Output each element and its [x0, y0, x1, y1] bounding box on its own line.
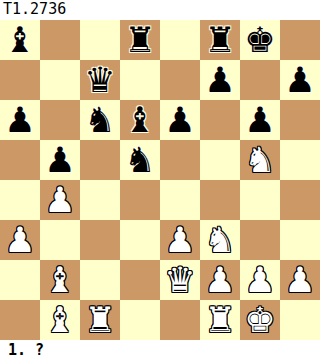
square-a3[interactable]: ♟ — [0, 220, 40, 260]
white-pawn[interactable]: ♟ — [4, 220, 35, 260]
square-c7[interactable]: ♛ — [80, 60, 120, 100]
white-pawn[interactable]: ♟ — [44, 180, 75, 220]
square-b4[interactable]: ♟ — [40, 180, 80, 220]
white-bishop[interactable]: ♝ — [44, 300, 75, 340]
square-e7[interactable] — [160, 60, 200, 100]
chess-app-window: T1.2736 ♝♜♜♚♛♟♟♟♞♝♟♟♟♞♞♟♟♟♞♝♛♟♟♟♝♜♜♚ 1. … — [0, 0, 320, 360]
white-queen[interactable]: ♛ — [164, 260, 195, 300]
square-b6[interactable] — [40, 100, 80, 140]
square-a5[interactable] — [0, 140, 40, 180]
square-g7[interactable] — [240, 60, 280, 100]
square-c5[interactable] — [80, 140, 120, 180]
black-rook[interactable]: ♜ — [124, 20, 155, 60]
black-knight[interactable]: ♞ — [124, 140, 155, 180]
square-d5[interactable]: ♞ — [120, 140, 160, 180]
square-f4[interactable] — [200, 180, 240, 220]
square-a8[interactable]: ♝ — [0, 20, 40, 60]
square-d1[interactable] — [120, 300, 160, 340]
square-c1[interactable]: ♜ — [80, 300, 120, 340]
black-rook[interactable]: ♜ — [204, 20, 235, 60]
square-a2[interactable] — [0, 260, 40, 300]
square-c6[interactable]: ♞ — [80, 100, 120, 140]
square-b7[interactable] — [40, 60, 80, 100]
square-d7[interactable] — [120, 60, 160, 100]
square-h4[interactable] — [280, 180, 320, 220]
move-prompt: 1. ? — [0, 340, 320, 360]
square-e2[interactable]: ♛ — [160, 260, 200, 300]
square-c4[interactable] — [80, 180, 120, 220]
square-g4[interactable] — [240, 180, 280, 220]
square-a1[interactable] — [0, 300, 40, 340]
square-b2[interactable]: ♝ — [40, 260, 80, 300]
square-b5[interactable]: ♟ — [40, 140, 80, 180]
black-knight[interactable]: ♞ — [84, 100, 115, 140]
square-h3[interactable] — [280, 220, 320, 260]
white-pawn[interactable]: ♟ — [244, 260, 275, 300]
white-rook[interactable]: ♜ — [84, 300, 115, 340]
square-g8[interactable]: ♚ — [240, 20, 280, 60]
square-d3[interactable] — [120, 220, 160, 260]
black-pawn[interactable]: ♟ — [44, 140, 75, 180]
square-d6[interactable]: ♝ — [120, 100, 160, 140]
black-bishop[interactable]: ♝ — [124, 100, 155, 140]
square-c3[interactable] — [80, 220, 120, 260]
square-g5[interactable]: ♞ — [240, 140, 280, 180]
square-e8[interactable] — [160, 20, 200, 60]
white-pawn[interactable]: ♟ — [204, 260, 235, 300]
square-h2[interactable]: ♟ — [280, 260, 320, 300]
square-b3[interactable] — [40, 220, 80, 260]
black-pawn[interactable]: ♟ — [204, 60, 235, 100]
white-pawn[interactable]: ♟ — [164, 220, 195, 260]
square-b8[interactable] — [40, 20, 80, 60]
black-queen[interactable]: ♛ — [84, 60, 115, 100]
square-e5[interactable] — [160, 140, 200, 180]
white-king[interactable]: ♚ — [244, 300, 275, 340]
white-knight[interactable]: ♞ — [204, 220, 235, 260]
square-f7[interactable]: ♟ — [200, 60, 240, 100]
square-g6[interactable]: ♟ — [240, 100, 280, 140]
square-a7[interactable] — [0, 60, 40, 100]
square-f2[interactable]: ♟ — [200, 260, 240, 300]
black-bishop[interactable]: ♝ — [4, 20, 35, 60]
square-h7[interactable]: ♟ — [280, 60, 320, 100]
black-pawn[interactable]: ♟ — [164, 100, 195, 140]
square-f3[interactable]: ♞ — [200, 220, 240, 260]
square-e4[interactable] — [160, 180, 200, 220]
black-pawn[interactable]: ♟ — [4, 100, 35, 140]
black-king[interactable]: ♚ — [244, 20, 275, 60]
white-knight[interactable]: ♞ — [244, 140, 275, 180]
square-f5[interactable] — [200, 140, 240, 180]
square-g3[interactable] — [240, 220, 280, 260]
square-f1[interactable]: ♜ — [200, 300, 240, 340]
white-rook[interactable]: ♜ — [204, 300, 235, 340]
square-h6[interactable] — [280, 100, 320, 140]
white-pawn[interactable]: ♟ — [284, 260, 315, 300]
black-pawn[interactable]: ♟ — [284, 60, 315, 100]
square-e3[interactable]: ♟ — [160, 220, 200, 260]
square-g2[interactable]: ♟ — [240, 260, 280, 300]
square-f8[interactable]: ♜ — [200, 20, 240, 60]
square-e1[interactable] — [160, 300, 200, 340]
square-b1[interactable]: ♝ — [40, 300, 80, 340]
square-e6[interactable]: ♟ — [160, 100, 200, 140]
square-c8[interactable] — [80, 20, 120, 60]
square-a4[interactable] — [0, 180, 40, 220]
square-g1[interactable]: ♚ — [240, 300, 280, 340]
chess-board: ♝♜♜♚♛♟♟♟♞♝♟♟♟♞♞♟♟♟♞♝♛♟♟♟♝♜♜♚ — [0, 20, 320, 340]
square-d4[interactable] — [120, 180, 160, 220]
square-d8[interactable]: ♜ — [120, 20, 160, 60]
square-c2[interactable] — [80, 260, 120, 300]
square-f6[interactable] — [200, 100, 240, 140]
square-h5[interactable] — [280, 140, 320, 180]
black-pawn[interactable]: ♟ — [244, 100, 275, 140]
square-h8[interactable] — [280, 20, 320, 60]
puzzle-id-label: T1.2736 — [0, 0, 320, 20]
square-d2[interactable] — [120, 260, 160, 300]
white-bishop[interactable]: ♝ — [44, 260, 75, 300]
square-a6[interactable]: ♟ — [0, 100, 40, 140]
square-h1[interactable] — [280, 300, 320, 340]
